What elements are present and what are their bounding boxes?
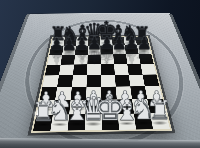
piece-black-pawn-h7[interactable]: ♟ (136, 35, 151, 52)
pieces-layer: ♜♜♞♞♝♝♛♛♚♚♝♝♞♞♜♜♟♟♟♟♟♟♟♟♟♟♟♟♟♟♟♟♟♟♟♟♟♟♟♟… (0, 0, 200, 148)
piece-white-rook-h1[interactable]: ♜ (148, 98, 171, 124)
table-front-edge (0, 138, 200, 148)
chess-game-window: ♜♜♞♞♝♝♛♛♚♚♝♝♞♞♜♜♟♟♟♟♟♟♟♟♟♟♟♟♟♟♟♟♟♟♟♟♟♟♟♟… (0, 0, 200, 148)
